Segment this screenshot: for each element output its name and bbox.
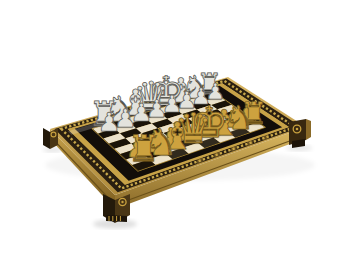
piece-white-pawn: ♟: [94, 110, 125, 136]
piece-black-rook: ♜: [122, 131, 166, 167]
chess-pieces-layer: ♜♟♞♟♝♟♚♟♛♟♝♟♟♞♜♟♟♜♞♟♟♝♟♚♟♛♟♝♟♞♟♜: [0, 0, 350, 263]
product-photo: ♜♟♞♟♝♟♚♟♛♟♝♟♟♞♜♟♟♜♞♟♟♝♟♚♟♛♟♝♟♞♟♜: [0, 0, 350, 263]
